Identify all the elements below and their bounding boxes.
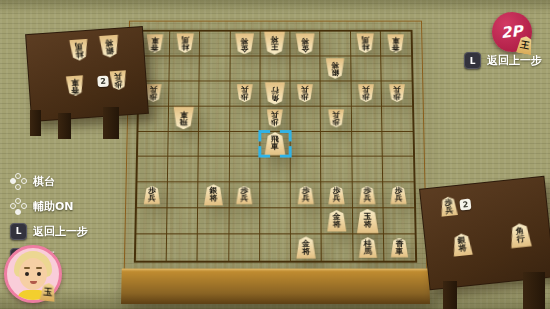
board-cell[interactable] xyxy=(200,32,230,57)
board-cell[interactable] xyxy=(200,81,231,106)
board-cell[interactable] xyxy=(198,234,229,260)
shogi-piece-gote[interactable]: 香 車 xyxy=(387,34,405,52)
board-cell[interactable] xyxy=(383,157,414,183)
shogi-piece-gote[interactable]: 歩 兵 xyxy=(327,110,344,128)
board-cell[interactable] xyxy=(321,32,351,57)
piece-kanji: 金 将 xyxy=(333,213,341,228)
undo-hint-label: 返回上一步 xyxy=(487,53,542,68)
board-surface: 香 車桂 馬金 将王 将金 将桂 馬香 車銀 将歩 兵歩 兵角 行歩 兵歩 兵歩… xyxy=(124,21,428,271)
piece-kanji: 角 行 xyxy=(271,86,279,101)
board-cell[interactable] xyxy=(322,234,353,260)
piece-kanji: 香 車 xyxy=(151,36,159,51)
player2-badge: 2P 王 xyxy=(492,12,532,52)
board-grid: 香 車桂 馬金 将王 将金 将桂 馬香 車銀 将歩 兵歩 兵角 行歩 兵歩 兵歩… xyxy=(134,30,417,263)
board-cell[interactable] xyxy=(321,81,352,106)
board-cell[interactable]: 歩 兵 xyxy=(260,106,290,131)
board-cell[interactable] xyxy=(321,157,352,183)
board-cell[interactable]: 香 車 xyxy=(384,234,415,260)
sidebar-label: 輔助ON xyxy=(33,199,74,214)
board-cell[interactable]: 歩 兵 xyxy=(291,183,322,209)
board-cell[interactable] xyxy=(136,208,167,234)
board-front-face xyxy=(121,269,430,304)
board-cell[interactable] xyxy=(136,234,167,260)
board-cell[interactable] xyxy=(352,132,383,157)
board-cell[interactable]: 歩 兵 xyxy=(291,81,321,106)
sidebar-item-0[interactable]: 棋台 xyxy=(10,172,88,190)
piece-kanji: 歩 兵 xyxy=(148,187,156,202)
board-cell[interactable]: 玉 将 xyxy=(352,208,383,234)
board-cell[interactable] xyxy=(167,234,198,260)
shogi-piece-sente[interactable]: 金 将 xyxy=(296,237,317,259)
shogi-piece-sente[interactable]: 歩 兵 xyxy=(390,186,408,204)
piece-kanji: 歩 兵 xyxy=(302,187,310,202)
piece-kanji: 歩 兵 xyxy=(271,111,279,126)
board-cell[interactable]: 金 将 xyxy=(291,234,322,260)
avatar-eye xyxy=(25,272,29,276)
board-cell[interactable]: 桂 馬 xyxy=(353,234,384,260)
captured-count-badge: 2 xyxy=(97,76,109,88)
shogi-piece-sente[interactable]: 桂 馬 xyxy=(358,237,377,257)
piece-kanji: 玉 将 xyxy=(364,213,372,228)
board-cell[interactable] xyxy=(260,157,291,183)
board-cell[interactable] xyxy=(260,234,291,260)
board-cell[interactable]: 歩 兵 xyxy=(229,183,260,209)
board-cell[interactable]: 香 車 xyxy=(381,32,412,57)
piece-kanji: 歩 兵 xyxy=(301,86,309,101)
board-cell[interactable] xyxy=(229,234,260,260)
shogi-piece-sente[interactable]: 歩 兵 xyxy=(236,186,253,204)
board-cell[interactable]: 歩 兵 xyxy=(321,106,352,131)
board-cell[interactable] xyxy=(382,106,413,131)
shogi-piece-gote[interactable]: 歩 兵 xyxy=(388,84,405,102)
piece-kanji: 歩 兵 xyxy=(394,187,402,202)
dpad-left-icon xyxy=(10,173,27,190)
shogi-piece-gote[interactable]: 歩 兵 xyxy=(266,110,283,128)
piece-kanji: 桂 馬 xyxy=(181,36,189,51)
piece-kanji: 飛 車 xyxy=(180,111,188,126)
tray-leg xyxy=(58,113,71,139)
shogi-piece-hand[interactable]: 角 行 xyxy=(508,222,532,248)
board-cell[interactable]: 桂 馬 xyxy=(351,32,381,57)
avatar-brow xyxy=(24,267,30,269)
piece-kanji: 銀 将 xyxy=(105,38,114,55)
shogi-piece-gote[interactable]: 桂 馬 xyxy=(175,34,194,53)
board-cell[interactable] xyxy=(291,132,322,157)
board-cell[interactable]: 王 将 xyxy=(260,32,290,57)
board-cell[interactable]: 歩 兵 xyxy=(383,183,414,209)
piece-kanji: 香 車 xyxy=(395,240,403,256)
shogi-piece-gote[interactable]: 飛 車 xyxy=(173,107,195,130)
board-cell[interactable] xyxy=(291,56,321,81)
board-cell[interactable]: 金 将 xyxy=(291,32,321,57)
gote-captured-tray: 桂 馬銀 将香 車歩 兵2 xyxy=(25,26,149,122)
board-cell[interactable] xyxy=(229,157,260,183)
piece-kanji: 金 将 xyxy=(302,240,310,256)
board-cell[interactable] xyxy=(168,157,199,183)
shogi-board: 香 車桂 馬金 将王 将金 将桂 馬香 車銀 将歩 兵歩 兵角 行歩 兵歩 兵歩… xyxy=(123,21,428,304)
board-cell[interactable]: 歩 兵 xyxy=(351,81,382,106)
piece-kanji: 歩 兵 xyxy=(362,86,370,101)
board-cell[interactable] xyxy=(199,106,230,131)
board-cell[interactable] xyxy=(260,208,291,234)
shogi-piece-gote[interactable]: 金 将 xyxy=(235,33,255,54)
shogi-piece-gote[interactable]: 角 行 xyxy=(264,82,285,104)
avatar-brow xyxy=(36,267,42,269)
piece-kanji: 歩 兵 xyxy=(332,187,340,202)
tray-leg xyxy=(103,107,119,139)
shogi-piece-gote[interactable]: 金 将 xyxy=(295,33,315,54)
board-cell[interactable] xyxy=(200,56,230,81)
board-cell[interactable]: 飛 車 xyxy=(260,132,291,157)
board-cell[interactable] xyxy=(383,208,414,234)
shogi-piece-gote[interactable]: 歩 兵 xyxy=(236,84,253,102)
board-cell[interactable]: 桂 馬 xyxy=(170,32,200,57)
board-cell[interactable]: 金 将 xyxy=(230,32,260,57)
piece-kanji: 歩 兵 xyxy=(150,86,158,101)
board-cell[interactable] xyxy=(352,157,383,183)
board-cell[interactable]: 飛 車 xyxy=(169,106,200,131)
board-cell[interactable] xyxy=(230,56,260,81)
piece-kanji: 銀 将 xyxy=(331,61,339,76)
piece-kanji: 金 将 xyxy=(301,36,309,51)
board-cell[interactable]: 歩 兵 xyxy=(137,183,168,209)
shogi-piece-sente[interactable]: 香 車 xyxy=(390,238,409,257)
board-cell[interactable] xyxy=(260,183,291,209)
shogi-piece-sente[interactable]: 玉 将 xyxy=(356,209,379,233)
board-cell[interactable] xyxy=(230,106,261,131)
shogi-piece-gote[interactable]: 歩 兵 xyxy=(357,84,374,102)
board-cell[interactable] xyxy=(291,157,322,183)
captured-count-badge: 2 xyxy=(459,199,471,211)
shogi-piece-gote[interactable]: 桂 馬 xyxy=(356,34,375,53)
piece-kanji: 歩 兵 xyxy=(241,86,249,101)
shogi-piece-hand[interactable]: 桂 馬 xyxy=(69,39,90,61)
board-cell[interactable] xyxy=(260,56,290,81)
board-cell[interactable] xyxy=(138,132,169,157)
sidebar-item-1[interactable]: 輔助ON xyxy=(10,197,88,215)
shogi-piece-gote[interactable]: 銀 将 xyxy=(326,58,346,78)
piece-kanji: 歩 兵 xyxy=(332,111,340,126)
board-cell[interactable] xyxy=(351,56,382,81)
avatar-eye xyxy=(37,272,41,276)
board-cell[interactable] xyxy=(198,208,229,234)
shogi-piece-gote[interactable]: 歩 兵 xyxy=(297,84,314,102)
board-cell[interactable]: 歩 兵 xyxy=(381,81,412,106)
shogi-piece-gote[interactable]: 王 将 xyxy=(264,32,286,55)
piece-kanji: 金 将 xyxy=(241,36,249,51)
board-cell[interactable] xyxy=(351,106,382,131)
board-cell[interactable]: 歩 兵 xyxy=(230,81,260,106)
dpad-down-icon xyxy=(10,198,27,215)
button-l-icon[interactable]: L xyxy=(10,223,27,240)
piece-kanji: 香 車 xyxy=(392,36,400,51)
board-cell[interactable] xyxy=(170,56,201,81)
shogi-piece-gote[interactable]: 香 車 xyxy=(146,34,164,52)
shogi-piece-hand[interactable]: 香 車 xyxy=(65,75,85,96)
piece-kanji: 歩 兵 xyxy=(240,187,248,202)
board-cell[interactable]: 歩 兵 xyxy=(322,183,353,209)
shogi-piece-sente[interactable]: 歩 兵 xyxy=(328,186,345,204)
board-cell[interactable]: 角 行 xyxy=(260,81,290,106)
shogi-piece-sente[interactable]: 歩 兵 xyxy=(359,186,376,204)
piece-kanji: 銀 将 xyxy=(457,236,467,253)
board-cell[interactable]: 歩 兵 xyxy=(352,183,383,209)
piece-kanji: 角 行 xyxy=(516,227,526,244)
tray-leg xyxy=(523,272,545,309)
piece-kanji: 歩 兵 xyxy=(444,198,454,215)
piece-kanji: 歩 兵 xyxy=(393,86,401,101)
board-cell[interactable]: 銀 将 xyxy=(198,183,229,209)
sidebar-label: 棋台 xyxy=(33,174,55,189)
piece-kanji: 歩 兵 xyxy=(363,187,371,202)
player1-piece-badge: 玉 xyxy=(39,282,57,302)
shogi-piece-sente[interactable]: 歩 兵 xyxy=(143,186,161,204)
piece-kanji: 桂 馬 xyxy=(364,240,372,256)
board-cell[interactable] xyxy=(199,157,230,183)
board-cell[interactable] xyxy=(230,132,261,157)
shogi-piece-hand[interactable]: 銀 将 xyxy=(98,35,120,58)
board-cell[interactable] xyxy=(168,183,199,209)
board-cell[interactable] xyxy=(167,208,198,234)
board-cell[interactable] xyxy=(381,56,412,81)
board-cell[interactable] xyxy=(291,106,322,131)
shogi-piece-hand[interactable]: 銀 将 xyxy=(451,233,473,257)
shogi-piece-sente[interactable]: 銀 将 xyxy=(203,185,223,206)
board-cell[interactable]: 金 将 xyxy=(322,208,353,234)
piece-kanji: 桂 馬 xyxy=(74,42,83,59)
board-cell[interactable] xyxy=(168,132,199,157)
jeweled-king-piece-icon: 玉 xyxy=(39,282,57,302)
board-cell[interactable] xyxy=(291,208,322,234)
piece-kanji: 香 車 xyxy=(70,78,79,95)
shogi-piece-hand[interactable]: 歩 兵 xyxy=(439,196,458,217)
shogi-piece-sente[interactable]: 飛 車 xyxy=(264,132,286,155)
sidebar-label: 返回上一步 xyxy=(33,224,88,239)
l-button-icon[interactable]: L xyxy=(464,52,481,69)
piece-kanji: 銀 将 xyxy=(209,187,217,202)
board-cell[interactable] xyxy=(137,157,168,183)
board-cell[interactable] xyxy=(321,132,352,157)
shogi-piece-sente[interactable]: 金 将 xyxy=(326,210,347,232)
tray-leg xyxy=(443,281,457,309)
shogi-piece-sente[interactable]: 歩 兵 xyxy=(297,186,314,204)
piece-kanji: 歩 兵 xyxy=(114,72,123,89)
undo-hint[interactable]: L 返回上一步 xyxy=(464,52,542,69)
board-cell[interactable] xyxy=(382,132,413,157)
board-cell[interactable]: 銀 将 xyxy=(321,56,351,81)
sidebar-item-2[interactable]: L返回上一步 xyxy=(10,222,88,240)
tray-leg xyxy=(30,110,41,136)
board-cell[interactable] xyxy=(229,208,260,234)
piece-kanji: 桂 馬 xyxy=(361,36,369,51)
board-cell[interactable] xyxy=(169,81,200,106)
piece-kanji: 王 将 xyxy=(271,36,279,51)
player2-label: 2P xyxy=(500,22,523,42)
shogi-piece-hand[interactable]: 歩 兵 xyxy=(109,70,128,90)
piece-kanji: 飛 車 xyxy=(271,136,279,151)
board-cell[interactable] xyxy=(199,132,230,157)
